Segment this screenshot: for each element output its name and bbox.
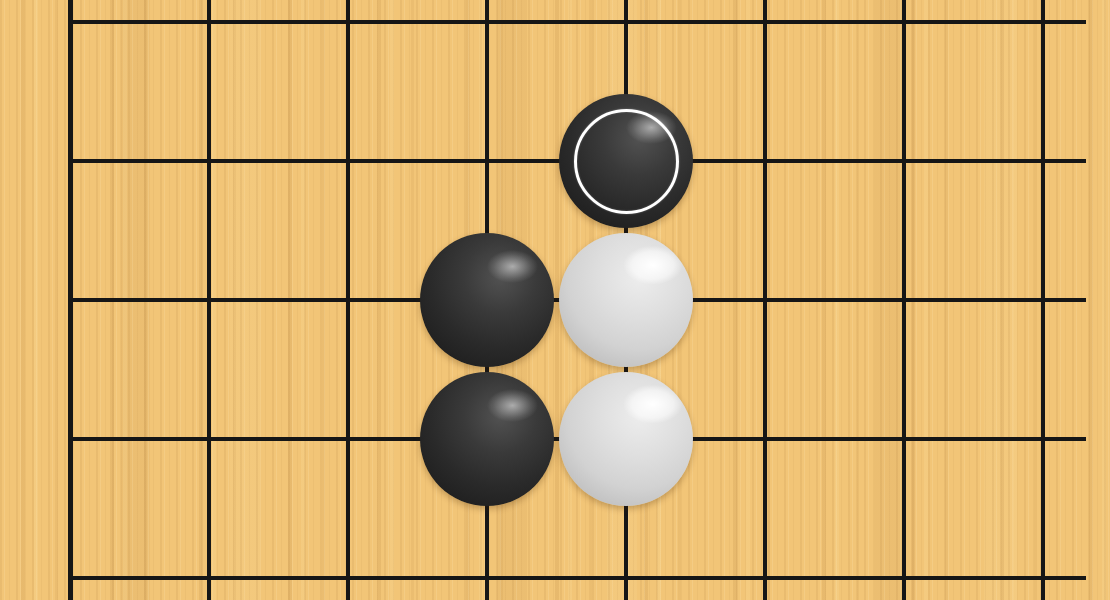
last-move-circle-marker bbox=[574, 109, 679, 214]
white-stone bbox=[559, 233, 693, 367]
white-stone bbox=[559, 372, 693, 506]
go-board[interactable] bbox=[0, 0, 1110, 600]
stones-layer bbox=[1, 0, 1110, 600]
black-stone bbox=[559, 94, 693, 228]
black-stone bbox=[420, 233, 554, 367]
black-stone bbox=[420, 372, 554, 506]
